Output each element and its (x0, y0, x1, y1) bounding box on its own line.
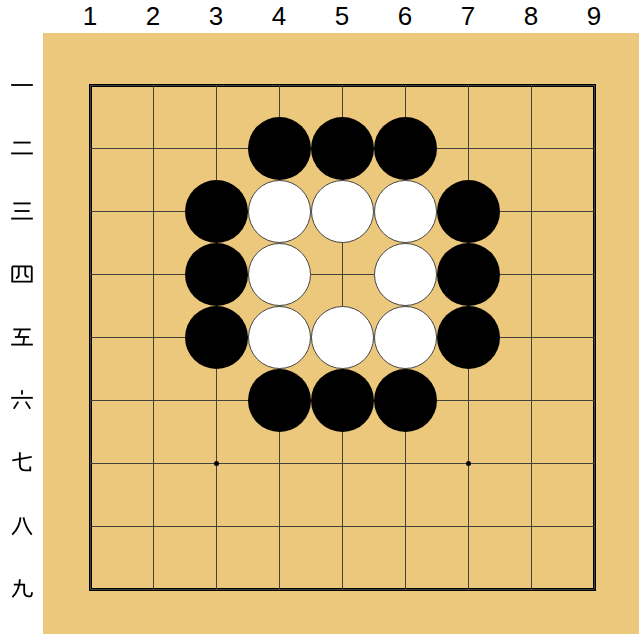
column-label: 5 (321, 1, 363, 32)
white-stone (311, 180, 374, 243)
column-label: 2 (132, 1, 174, 32)
row-label (0, 198, 43, 224)
row-label (0, 72, 43, 98)
kanji-numeral-glyph (9, 198, 35, 224)
kanji-numeral-glyph (9, 576, 35, 602)
kanji-numeral-glyph (9, 261, 35, 287)
grid-line-horizontal (90, 589, 594, 590)
row-label (0, 450, 43, 476)
black-stone (185, 306, 248, 369)
star-point (466, 461, 471, 466)
kanji-numeral-glyph (9, 72, 35, 98)
row-label (0, 387, 43, 413)
kanji-numeral-glyph (9, 450, 35, 476)
go-board-grid[interactable] (90, 85, 594, 589)
black-stone (248, 369, 311, 432)
column-label: 4 (258, 1, 300, 32)
column-label: 3 (195, 1, 237, 32)
star-point (214, 461, 219, 466)
row-label (0, 135, 43, 161)
white-stone (248, 306, 311, 369)
column-label: 9 (573, 1, 615, 32)
white-stone (374, 243, 437, 306)
white-stone (311, 306, 374, 369)
white-stone (374, 306, 437, 369)
black-stone (437, 243, 500, 306)
black-stone (374, 117, 437, 180)
black-stone (185, 180, 248, 243)
kanji-numeral-glyph (9, 513, 35, 539)
grid-line-vertical (594, 85, 595, 589)
column-label: 1 (69, 1, 111, 32)
row-label (0, 261, 43, 287)
black-stone (437, 306, 500, 369)
black-stone (185, 243, 248, 306)
row-label (0, 513, 43, 539)
column-label: 6 (384, 1, 426, 32)
kanji-numeral-glyph (9, 387, 35, 413)
black-stone (311, 369, 374, 432)
black-stone (311, 117, 374, 180)
black-stone (374, 369, 437, 432)
black-stone (437, 180, 500, 243)
column-label: 8 (510, 1, 552, 32)
grid-line-horizontal (90, 463, 594, 464)
black-stone (248, 117, 311, 180)
grid-line-horizontal (90, 526, 594, 527)
kanji-numeral-glyph (9, 324, 35, 350)
row-label (0, 324, 43, 350)
go-diagram-page: 123456789 (0, 0, 639, 634)
row-label (0, 576, 43, 602)
white-stone (248, 180, 311, 243)
kanji-numeral-glyph (9, 135, 35, 161)
white-stone (248, 243, 311, 306)
grid-line-vertical (531, 85, 532, 589)
column-label: 7 (447, 1, 489, 32)
white-stone (374, 180, 437, 243)
